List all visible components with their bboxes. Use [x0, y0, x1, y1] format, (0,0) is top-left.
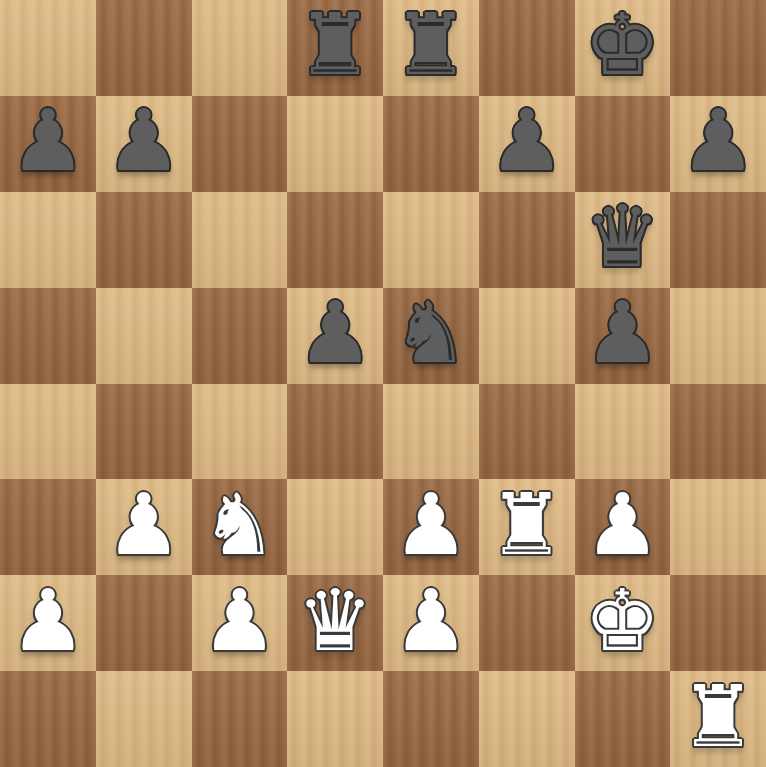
chess-board: ♜♜♚♟♟♟♟♛♟♞♟♟♞♟♜♟♟♟♛♟♚♜ [0, 0, 766, 767]
black-pawn[interactable]: ♟ [297, 285, 373, 380]
square-g3[interactable]: ♟ [575, 479, 671, 575]
square-d3[interactable] [287, 479, 383, 575]
square-f6[interactable] [479, 192, 575, 288]
black-queen[interactable]: ♛ [584, 189, 660, 284]
square-d5[interactable]: ♟ [287, 288, 383, 384]
square-d2[interactable]: ♛ [287, 575, 383, 671]
black-pawn[interactable]: ♟ [106, 93, 182, 188]
square-g6[interactable]: ♛ [575, 192, 671, 288]
square-g1[interactable] [575, 671, 671, 767]
square-e7[interactable] [383, 96, 479, 192]
white-pawn[interactable]: ♟ [393, 573, 469, 668]
square-h8[interactable] [670, 0, 766, 96]
white-pawn[interactable]: ♟ [584, 477, 660, 572]
square-a8[interactable] [0, 0, 96, 96]
square-d4[interactable] [287, 384, 383, 480]
square-h5[interactable] [670, 288, 766, 384]
square-b5[interactable] [96, 288, 192, 384]
square-h4[interactable] [670, 384, 766, 480]
square-d6[interactable] [287, 192, 383, 288]
white-king[interactable]: ♚ [584, 573, 660, 668]
square-c4[interactable] [192, 384, 288, 480]
black-pawn[interactable]: ♟ [680, 93, 756, 188]
square-e4[interactable] [383, 384, 479, 480]
black-knight[interactable]: ♞ [393, 285, 469, 380]
square-a2[interactable]: ♟ [0, 575, 96, 671]
black-rook[interactable]: ♜ [297, 0, 373, 92]
square-h3[interactable] [670, 479, 766, 575]
white-rook[interactable]: ♜ [489, 477, 565, 572]
square-g4[interactable] [575, 384, 671, 480]
square-h1[interactable]: ♜ [670, 671, 766, 767]
white-rook[interactable]: ♜ [680, 669, 756, 764]
square-a7[interactable]: ♟ [0, 96, 96, 192]
square-g2[interactable]: ♚ [575, 575, 671, 671]
square-b4[interactable] [96, 384, 192, 480]
square-h6[interactable] [670, 192, 766, 288]
black-king[interactable]: ♚ [584, 0, 660, 92]
black-rook[interactable]: ♜ [393, 0, 469, 92]
black-pawn[interactable]: ♟ [584, 285, 660, 380]
white-queen[interactable]: ♛ [297, 573, 373, 668]
square-d7[interactable] [287, 96, 383, 192]
square-c2[interactable]: ♟ [192, 575, 288, 671]
square-f3[interactable]: ♜ [479, 479, 575, 575]
square-e8[interactable]: ♜ [383, 0, 479, 96]
square-a6[interactable] [0, 192, 96, 288]
black-pawn[interactable]: ♟ [10, 93, 86, 188]
square-e2[interactable]: ♟ [383, 575, 479, 671]
square-e1[interactable] [383, 671, 479, 767]
square-f8[interactable] [479, 0, 575, 96]
square-b3[interactable]: ♟ [96, 479, 192, 575]
square-a4[interactable] [0, 384, 96, 480]
square-e6[interactable] [383, 192, 479, 288]
square-f4[interactable] [479, 384, 575, 480]
square-g8[interactable]: ♚ [575, 0, 671, 96]
white-pawn[interactable]: ♟ [201, 573, 277, 668]
square-g5[interactable]: ♟ [575, 288, 671, 384]
square-b6[interactable] [96, 192, 192, 288]
square-e5[interactable]: ♞ [383, 288, 479, 384]
black-pawn[interactable]: ♟ [489, 93, 565, 188]
square-a5[interactable] [0, 288, 96, 384]
square-c8[interactable] [192, 0, 288, 96]
white-pawn[interactable]: ♟ [106, 477, 182, 572]
square-f1[interactable] [479, 671, 575, 767]
square-h7[interactable]: ♟ [670, 96, 766, 192]
white-knight[interactable]: ♞ [201, 477, 277, 572]
square-c6[interactable] [192, 192, 288, 288]
square-a1[interactable] [0, 671, 96, 767]
square-c1[interactable] [192, 671, 288, 767]
square-b8[interactable] [96, 0, 192, 96]
square-b1[interactable] [96, 671, 192, 767]
square-b2[interactable] [96, 575, 192, 671]
square-c7[interactable] [192, 96, 288, 192]
square-h2[interactable] [670, 575, 766, 671]
square-g7[interactable] [575, 96, 671, 192]
square-a3[interactable] [0, 479, 96, 575]
white-pawn[interactable]: ♟ [393, 477, 469, 572]
square-e3[interactable]: ♟ [383, 479, 479, 575]
square-c5[interactable] [192, 288, 288, 384]
square-c3[interactable]: ♞ [192, 479, 288, 575]
white-pawn[interactable]: ♟ [10, 573, 86, 668]
square-d1[interactable] [287, 671, 383, 767]
square-b7[interactable]: ♟ [96, 96, 192, 192]
square-f7[interactable]: ♟ [479, 96, 575, 192]
square-f2[interactable] [479, 575, 575, 671]
square-d8[interactable]: ♜ [287, 0, 383, 96]
square-f5[interactable] [479, 288, 575, 384]
